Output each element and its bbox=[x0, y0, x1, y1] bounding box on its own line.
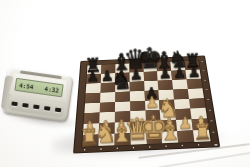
piece-black-pawn-g7[interactable]: ♟ bbox=[172, 65, 186, 80]
square-f1[interactable]: ♝ bbox=[162, 131, 179, 143]
clock-button-1[interactable] bbox=[11, 101, 17, 106]
square-h5[interactable] bbox=[188, 88, 204, 98]
piece-white-rook-h1[interactable]: ♜ bbox=[192, 120, 212, 142]
chess-clock: 4:54 4:32 bbox=[2, 68, 74, 123]
square-c5[interactable] bbox=[115, 91, 130, 102]
clock-button-4[interactable] bbox=[44, 106, 50, 111]
piece-black-pawn-a7[interactable]: ♟ bbox=[86, 69, 100, 84]
piece-black-pawn-h7[interactable]: ♟ bbox=[187, 65, 201, 80]
board-rim: ♜♝♛♚♝♞♜♟♟♟♟♟♟♟♞♟♟♞♟♟♟♟♟♟♟♜♞♝♛♚♝♜ bbox=[73, 56, 220, 154]
chess-board: ♜♝♛♚♝♞♜♟♟♟♟♟♟♟♞♟♟♞♟♟♟♟♟♟♟♜♞♝♛♚♝♜ bbox=[74, 30, 215, 167]
square-h4[interactable] bbox=[189, 98, 205, 109]
clock-button-3[interactable] bbox=[33, 104, 39, 109]
clock-right-time: 4:32 bbox=[44, 85, 59, 94]
square-b4[interactable] bbox=[100, 102, 115, 113]
board-perspective: ♜♝♛♚♝♞♜♟♟♟♟♟♟♟♞♟♟♞♟♟♟♟♟♟♟♜♞♝♛♚♝♜ bbox=[74, 30, 215, 167]
square-f6[interactable] bbox=[158, 80, 173, 90]
piece-black-pawn-f7[interactable]: ♟ bbox=[158, 66, 172, 81]
product-photo-scene: ♜♝♛♚♝♞♜♟♟♟♟♟♟♟♞♟♟♞♟♟♟♟♟♟♟♜♞♝♛♚♝♜ 4:54 4:… bbox=[0, 0, 250, 167]
piece-black-knight-c6[interactable]: ♞ bbox=[111, 68, 133, 92]
square-h7[interactable]: ♟ bbox=[185, 69, 200, 79]
dgt-logo-mark bbox=[214, 144, 218, 146]
clock-left-time: 4:54 bbox=[19, 81, 34, 90]
clock-button-5[interactable] bbox=[55, 108, 61, 113]
clock-button-2[interactable] bbox=[22, 103, 28, 108]
piece-white-bishop-f1[interactable]: ♝ bbox=[158, 117, 182, 144]
square-a5[interactable] bbox=[85, 93, 100, 104]
square-d5[interactable] bbox=[129, 91, 144, 102]
square-a4[interactable] bbox=[84, 102, 100, 113]
square-c4[interactable] bbox=[115, 101, 130, 112]
square-h1[interactable]: ♜ bbox=[193, 130, 210, 142]
square-g7[interactable]: ♟ bbox=[171, 70, 186, 80]
clock-lcd-display: 4:54 4:32 bbox=[14, 78, 63, 98]
board-squares: ♜♝♛♚♝♞♜♟♟♟♟♟♟♟♞♟♟♞♟♟♟♟♟♟♟♜♞♝♛♚♝♜ bbox=[82, 61, 210, 147]
square-f7[interactable]: ♟ bbox=[157, 71, 172, 81]
square-a7[interactable]: ♟ bbox=[86, 74, 101, 84]
square-c6[interactable]: ♞ bbox=[115, 82, 130, 92]
